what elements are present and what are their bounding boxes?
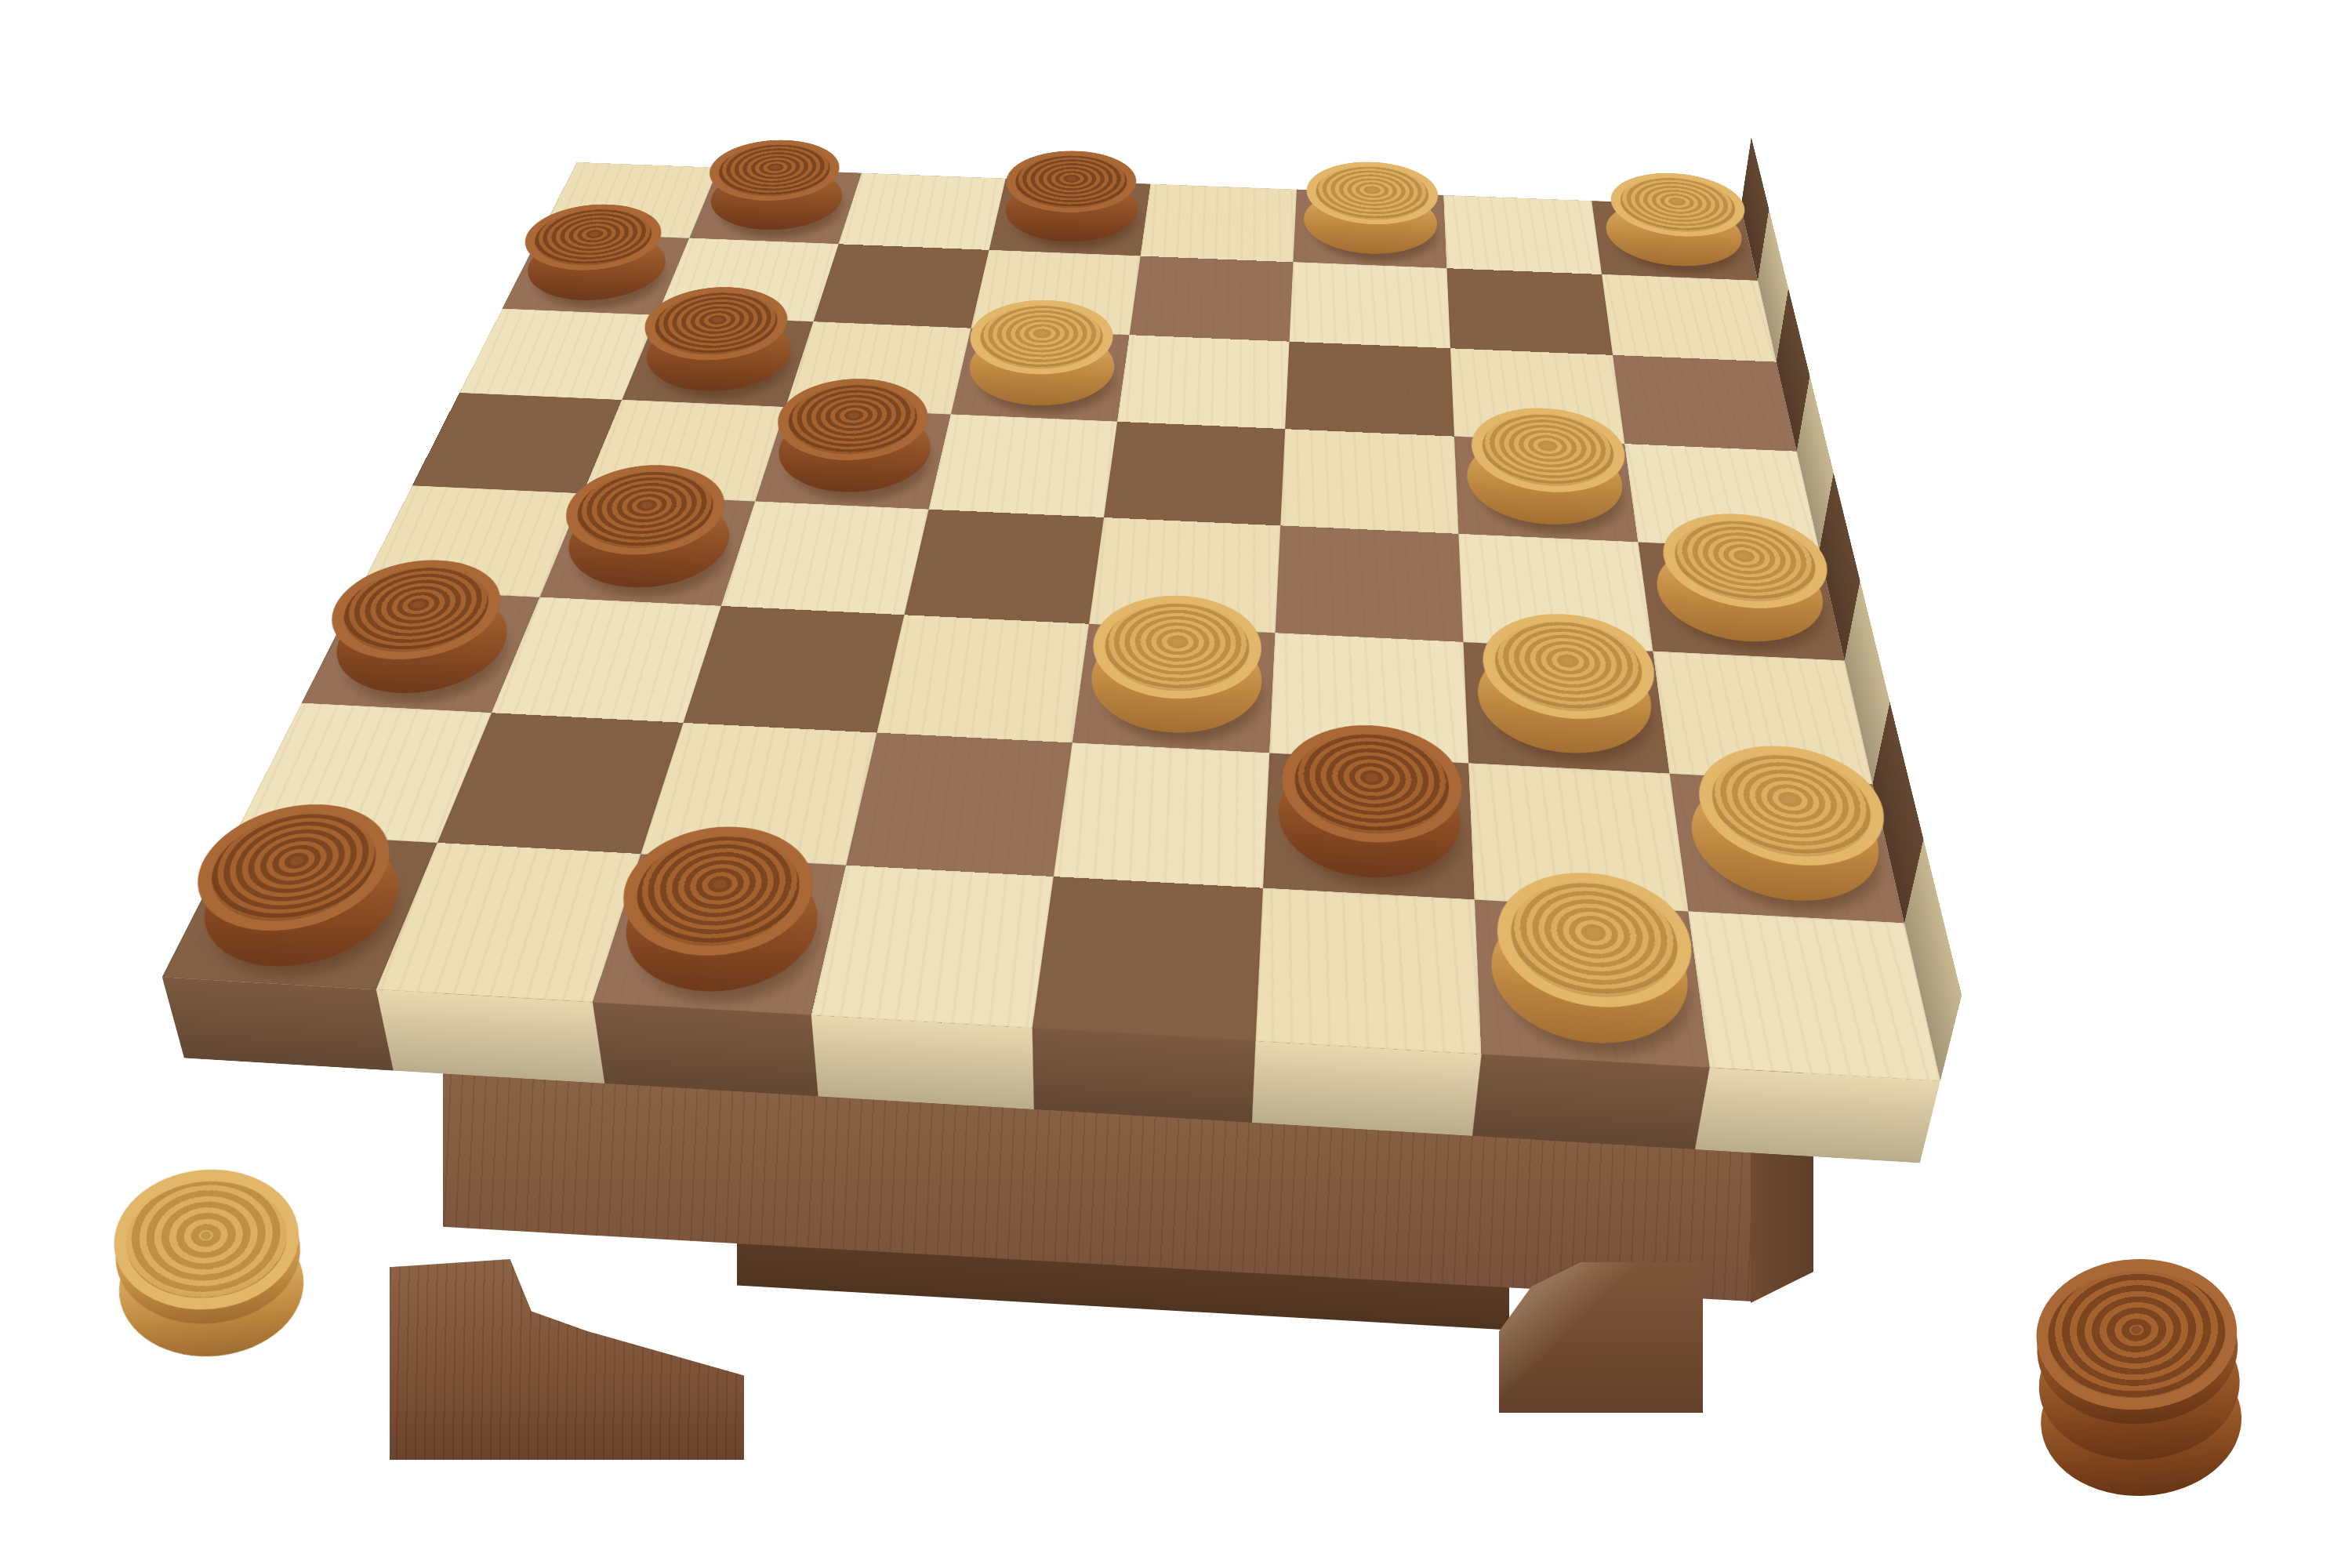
checker-light-g3[interactable] xyxy=(1476,650,1656,764)
square-e6[interactable] xyxy=(1117,335,1289,429)
square-c8[interactable] xyxy=(839,173,1006,250)
square-d8[interactable] xyxy=(989,179,1151,256)
checker-dark-b4[interactable] xyxy=(554,500,742,598)
checker-light-h2[interactable] xyxy=(1684,782,1888,913)
square-e8[interactable] xyxy=(1141,184,1297,263)
square-h6[interactable] xyxy=(1613,355,1797,452)
square-d4[interactable] xyxy=(904,510,1104,624)
square-d3[interactable] xyxy=(877,615,1088,742)
square-d2[interactable] xyxy=(846,733,1072,877)
checker-dark-b8[interactable] xyxy=(701,172,851,239)
square-h7[interactable] xyxy=(1602,274,1777,362)
checker-light-h8[interactable] xyxy=(1602,205,1746,275)
off-board-dark-stack[interactable] xyxy=(2033,1254,2245,1494)
checker-dark-c1[interactable] xyxy=(610,864,830,1004)
square-h8[interactable] xyxy=(1592,201,1758,281)
square-d1[interactable] xyxy=(811,866,1054,1029)
square-f7[interactable] xyxy=(1290,262,1450,348)
square-f2[interactable] xyxy=(1263,753,1475,899)
off-board-light-stack[interactable] xyxy=(107,1160,310,1359)
product-photo-scene xyxy=(0,0,2352,1568)
square-b8[interactable] xyxy=(689,168,862,245)
square-c7[interactable] xyxy=(814,244,989,328)
square-e1[interactable] xyxy=(1033,877,1263,1041)
square-b3[interactable] xyxy=(492,597,721,723)
checker-light-d6[interactable] xyxy=(963,334,1118,416)
square-f1[interactable] xyxy=(1256,888,1482,1054)
checker-dark-a1[interactable] xyxy=(181,841,420,978)
checker-dark-c5[interactable] xyxy=(768,413,938,502)
square-f8[interactable] xyxy=(1293,190,1446,268)
square-c1[interactable] xyxy=(593,854,846,1015)
square-h2[interactable] xyxy=(1670,774,1904,924)
square-d6[interactable] xyxy=(951,328,1130,422)
checker-dark-b6[interactable] xyxy=(635,321,802,401)
square-h4[interactable] xyxy=(1638,542,1844,660)
checker-light-e3[interactable] xyxy=(1086,632,1262,744)
square-f5[interactable] xyxy=(1280,429,1458,534)
checker-dark-a3[interactable] xyxy=(318,596,524,704)
square-c4[interactable] xyxy=(721,501,929,615)
checker-dark-a7[interactable] xyxy=(515,238,678,310)
square-e2[interactable] xyxy=(1054,742,1270,887)
checker-dark-d8[interactable] xyxy=(1000,183,1140,251)
pedestal-left-foot xyxy=(390,1259,744,1460)
square-g3[interactable] xyxy=(1463,642,1669,774)
square-d5[interactable] xyxy=(929,414,1117,517)
square-g1[interactable] xyxy=(1475,900,1710,1068)
square-g5[interactable] xyxy=(1454,437,1639,543)
square-b4[interactable] xyxy=(539,493,755,606)
checker-light-h4[interactable] xyxy=(1651,550,1831,653)
square-f6[interactable] xyxy=(1285,342,1454,437)
square-e7[interactable] xyxy=(1130,256,1294,342)
square-f4[interactable] xyxy=(1276,525,1464,642)
square-c5[interactable] xyxy=(755,407,951,509)
square-b2[interactable] xyxy=(437,713,684,854)
checker-dark-f2[interactable] xyxy=(1277,762,1461,890)
square-b6[interactable] xyxy=(622,315,813,407)
square-g7[interactable] xyxy=(1446,268,1613,355)
square-e3[interactable] xyxy=(1073,624,1276,753)
square-c3[interactable] xyxy=(684,606,905,733)
square-h1[interactable] xyxy=(1689,911,1940,1081)
square-g8[interactable] xyxy=(1443,195,1602,274)
checker-light-g1[interactable] xyxy=(1489,910,1693,1056)
checker-light-f8[interactable] xyxy=(1303,194,1436,263)
square-e5[interactable] xyxy=(1104,422,1285,526)
checker-light-g5[interactable] xyxy=(1465,443,1625,535)
